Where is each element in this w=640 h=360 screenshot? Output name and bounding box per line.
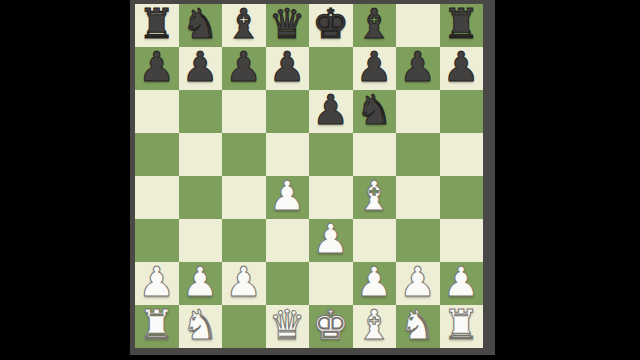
square-b5[interactable] xyxy=(179,133,223,176)
square-h1[interactable]: ♜ xyxy=(440,305,484,348)
square-g3[interactable] xyxy=(396,219,440,262)
white-pawn: ♟ xyxy=(312,219,349,260)
white-pawn: ♟ xyxy=(356,262,393,303)
chess-board: ♜♞♝♛♚♝♜♟♟♟♟♟♟♟♟♞♟♝♟♟♟♟♟♟♟♜♞♛♚♝♞♜ xyxy=(135,4,483,348)
video-frame: { "game": "chess", "opening": "London Sy… xyxy=(0,0,640,360)
square-h2[interactable]: ♟ xyxy=(440,262,484,305)
square-g2[interactable]: ♟ xyxy=(396,262,440,305)
square-g5[interactable] xyxy=(396,133,440,176)
square-c1[interactable] xyxy=(222,305,266,348)
black-queen: ♛ xyxy=(269,4,306,45)
white-rook: ♜ xyxy=(138,305,175,346)
square-b3[interactable] xyxy=(179,219,223,262)
black-pawn: ♟ xyxy=(138,47,175,88)
black-pawn: ♟ xyxy=(225,47,262,88)
square-d7[interactable]: ♟ xyxy=(266,47,310,90)
black-pawn: ♟ xyxy=(182,47,219,88)
square-f7[interactable]: ♟ xyxy=(353,47,397,90)
black-king: ♚ xyxy=(312,4,349,45)
square-e3[interactable]: ♟ xyxy=(309,219,353,262)
black-pawn: ♟ xyxy=(312,90,349,131)
black-pawn: ♟ xyxy=(443,47,480,88)
square-a5[interactable] xyxy=(135,133,179,176)
square-e5[interactable] xyxy=(309,133,353,176)
square-b6[interactable] xyxy=(179,90,223,133)
square-c3[interactable] xyxy=(222,219,266,262)
square-f3[interactable] xyxy=(353,219,397,262)
square-d1[interactable]: ♛ xyxy=(266,305,310,348)
white-knight: ♞ xyxy=(399,305,436,346)
white-bishop: ♝ xyxy=(356,305,393,346)
square-b2[interactable]: ♟ xyxy=(179,262,223,305)
square-g1[interactable]: ♞ xyxy=(396,305,440,348)
square-e6[interactable]: ♟ xyxy=(309,90,353,133)
square-g8[interactable] xyxy=(396,4,440,47)
square-h6[interactable] xyxy=(440,90,484,133)
white-queen: ♛ xyxy=(269,305,306,346)
square-a4[interactable] xyxy=(135,176,179,219)
square-d6[interactable] xyxy=(266,90,310,133)
square-a7[interactable]: ♟ xyxy=(135,47,179,90)
square-f8[interactable]: ♝ xyxy=(353,4,397,47)
white-pawn: ♟ xyxy=(269,176,306,217)
square-d8[interactable]: ♛ xyxy=(266,4,310,47)
square-e8[interactable]: ♚ xyxy=(309,4,353,47)
white-bishop: ♝ xyxy=(356,176,393,217)
square-e7[interactable] xyxy=(309,47,353,90)
white-pawn: ♟ xyxy=(443,262,480,303)
white-pawn: ♟ xyxy=(182,262,219,303)
black-rook: ♜ xyxy=(443,4,480,45)
square-c4[interactable] xyxy=(222,176,266,219)
board-frame: ♜♞♝♛♚♝♜♟♟♟♟♟♟♟♟♞♟♝♟♟♟♟♟♟♟♜♞♛♚♝♞♜ xyxy=(130,0,495,355)
white-knight: ♞ xyxy=(182,305,219,346)
black-bishop: ♝ xyxy=(356,4,393,45)
square-b4[interactable] xyxy=(179,176,223,219)
black-rook: ♜ xyxy=(138,4,175,45)
square-c7[interactable]: ♟ xyxy=(222,47,266,90)
white-king: ♚ xyxy=(312,305,349,346)
square-a1[interactable]: ♜ xyxy=(135,305,179,348)
black-pawn: ♟ xyxy=(269,47,306,88)
square-f1[interactable]: ♝ xyxy=(353,305,397,348)
white-pawn: ♟ xyxy=(399,262,436,303)
square-c5[interactable] xyxy=(222,133,266,176)
black-knight: ♞ xyxy=(356,90,393,131)
square-d4[interactable]: ♟ xyxy=(266,176,310,219)
square-e1[interactable]: ♚ xyxy=(309,305,353,348)
square-b8[interactable]: ♞ xyxy=(179,4,223,47)
square-h4[interactable] xyxy=(440,176,484,219)
square-a2[interactable]: ♟ xyxy=(135,262,179,305)
square-e4[interactable] xyxy=(309,176,353,219)
square-g6[interactable] xyxy=(396,90,440,133)
black-pawn: ♟ xyxy=(399,47,436,88)
square-c6[interactable] xyxy=(222,90,266,133)
square-f5[interactable] xyxy=(353,133,397,176)
square-h7[interactable]: ♟ xyxy=(440,47,484,90)
square-h3[interactable] xyxy=(440,219,484,262)
square-f6[interactable]: ♞ xyxy=(353,90,397,133)
black-pawn: ♟ xyxy=(356,47,393,88)
square-g4[interactable] xyxy=(396,176,440,219)
square-a3[interactable] xyxy=(135,219,179,262)
square-h5[interactable] xyxy=(440,133,484,176)
white-rook: ♜ xyxy=(443,305,480,346)
square-b7[interactable]: ♟ xyxy=(179,47,223,90)
square-d2[interactable] xyxy=(266,262,310,305)
square-c2[interactable]: ♟ xyxy=(222,262,266,305)
square-b1[interactable]: ♞ xyxy=(179,305,223,348)
square-c8[interactable]: ♝ xyxy=(222,4,266,47)
square-a8[interactable]: ♜ xyxy=(135,4,179,47)
square-e2[interactable] xyxy=(309,262,353,305)
square-h8[interactable]: ♜ xyxy=(440,4,484,47)
square-d5[interactable] xyxy=(266,133,310,176)
black-bishop: ♝ xyxy=(225,4,262,45)
white-pawn: ♟ xyxy=(225,262,262,303)
square-d3[interactable] xyxy=(266,219,310,262)
square-f2[interactable]: ♟ xyxy=(353,262,397,305)
square-a6[interactable] xyxy=(135,90,179,133)
square-f4[interactable]: ♝ xyxy=(353,176,397,219)
white-pawn: ♟ xyxy=(138,262,175,303)
square-g7[interactable]: ♟ xyxy=(396,47,440,90)
black-knight: ♞ xyxy=(182,4,219,45)
